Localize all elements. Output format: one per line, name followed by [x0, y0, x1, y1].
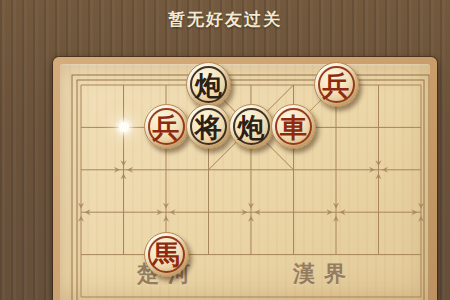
piece-label: 炮 — [187, 64, 230, 107]
xiangqi-board[interactable] — [53, 57, 437, 300]
board-surface — [60, 64, 430, 300]
last-move-origin-marker — [119, 122, 129, 132]
piece-label: 将 — [187, 106, 230, 149]
piece-label: 兵 — [145, 106, 188, 149]
piece-black-cannon[interactable]: 炮 — [186, 62, 231, 107]
piece-label: 兵 — [315, 64, 358, 107]
page-title: 暂无好友过关 — [0, 8, 450, 31]
river-label-han: 漢界 — [293, 259, 355, 289]
piece-black-cannon[interactable]: 炮 — [229, 104, 274, 149]
piece-red-horse[interactable]: 馬 — [144, 232, 189, 277]
piece-red-soldier[interactable]: 兵 — [144, 104, 189, 149]
piece-label: 車 — [272, 106, 315, 149]
piece-red-soldier[interactable]: 兵 — [314, 62, 359, 107]
piece-label: 炮 — [230, 106, 273, 149]
app-background: 暂无好友过关 楚河 漢界 炮兵兵将炮車馬 — [0, 0, 450, 300]
piece-label: 馬 — [145, 234, 188, 277]
piece-black-general[interactable]: 将 — [186, 104, 231, 149]
piece-red-chariot[interactable]: 車 — [271, 104, 316, 149]
